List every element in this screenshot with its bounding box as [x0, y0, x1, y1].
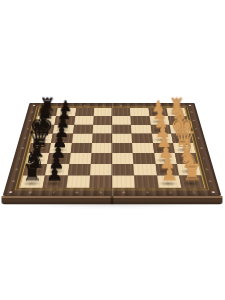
- square-h4: [112, 108, 131, 116]
- square-g3: [131, 116, 151, 124]
- square-c6: [69, 153, 91, 164]
- coordinate-label: 4: [112, 104, 130, 107]
- coordinate-label: 2: [158, 190, 182, 195]
- coordinate-label: 5: [94, 104, 112, 107]
- folding-chessboard: ♜♟♟♜♞♟♟♞♝♟♟♝♚♟♟♚♛♟♟♛♝♟♟♝♞♟♟♞♜♟♟♜ 8765432…: [3, 103, 222, 196]
- square-c3: [133, 153, 155, 164]
- square-g5: [93, 116, 112, 124]
- square-b3: [134, 164, 157, 175]
- black-pawn-a7: ♟: [46, 165, 63, 184]
- square-d3: [132, 143, 154, 153]
- white-rook-a1: ♜: [182, 162, 202, 185]
- square-g4: [112, 116, 131, 124]
- coordinate-label: b: [201, 164, 213, 175]
- square-e4: [112, 133, 132, 143]
- coordinate-label: 6: [65, 190, 89, 195]
- brass-pin: [33, 105, 35, 106]
- hinge-seam-front: [111, 196, 113, 204]
- coordinate-label: 3: [130, 104, 148, 107]
- square-f5: [92, 124, 112, 133]
- perspective-stage: ♜♟♟♜♞♟♟♞♝♟♟♝♚♟♟♚♛♟♟♛♝♟♟♝♞♟♟♞♜♟♟♜ 8765432…: [18, 49, 206, 237]
- square-c5: [90, 153, 112, 164]
- square-f6: [73, 124, 93, 133]
- brass-pin: [212, 192, 214, 193]
- square-h5: [93, 108, 112, 116]
- coordinate-label: a: [204, 175, 216, 187]
- coordinate-label: 7: [42, 190, 66, 195]
- square-d5: [91, 143, 112, 153]
- square-a6: [66, 175, 90, 187]
- square-a3: [134, 175, 158, 187]
- coordinate-label: 8: [18, 190, 42, 195]
- coordinate-label: 6: [76, 104, 94, 107]
- black-rook-a8: ♜: [22, 162, 42, 185]
- square-c4: [112, 153, 134, 164]
- square-h3: [130, 108, 149, 116]
- coordinate-label: 5: [89, 190, 112, 195]
- product-photo-scene: ♜♟♟♜♞♟♟♞♝♟♟♝♚♟♟♚♛♟♟♛♝♟♟♝♞♟♟♞♜♟♟♜ 8765432…: [0, 0, 225, 300]
- square-a8: ♜: [20, 175, 45, 187]
- board-front-edge: [1, 196, 222, 204]
- square-a1: ♜: [179, 175, 204, 187]
- coordinate-label: 3: [135, 190, 159, 195]
- square-b4: [112, 164, 134, 175]
- brass-pin: [9, 192, 11, 193]
- square-d4: [112, 143, 133, 153]
- square-f4: [112, 124, 132, 133]
- square-a4: [112, 175, 135, 187]
- square-b5: [90, 164, 112, 175]
- square-a2: ♟: [157, 175, 182, 187]
- square-a5: [89, 175, 112, 187]
- coordinate-label: 1: [181, 190, 205, 195]
- white-pawn-a2: ♟: [160, 165, 177, 184]
- square-e3: [132, 133, 153, 143]
- square-f3: [131, 124, 151, 133]
- square-g6: [74, 116, 94, 124]
- square-a7: ♟: [43, 175, 68, 187]
- square-h6: [75, 108, 94, 116]
- square-e6: [72, 133, 93, 143]
- square-b6: [67, 164, 90, 175]
- square-d6: [70, 143, 92, 153]
- coordinate-label: b: [11, 164, 23, 175]
- coordinate-label: 4: [112, 190, 135, 195]
- coordinate-label: a: [7, 175, 19, 187]
- square-e5: [92, 133, 112, 143]
- brass-pin: [189, 105, 191, 106]
